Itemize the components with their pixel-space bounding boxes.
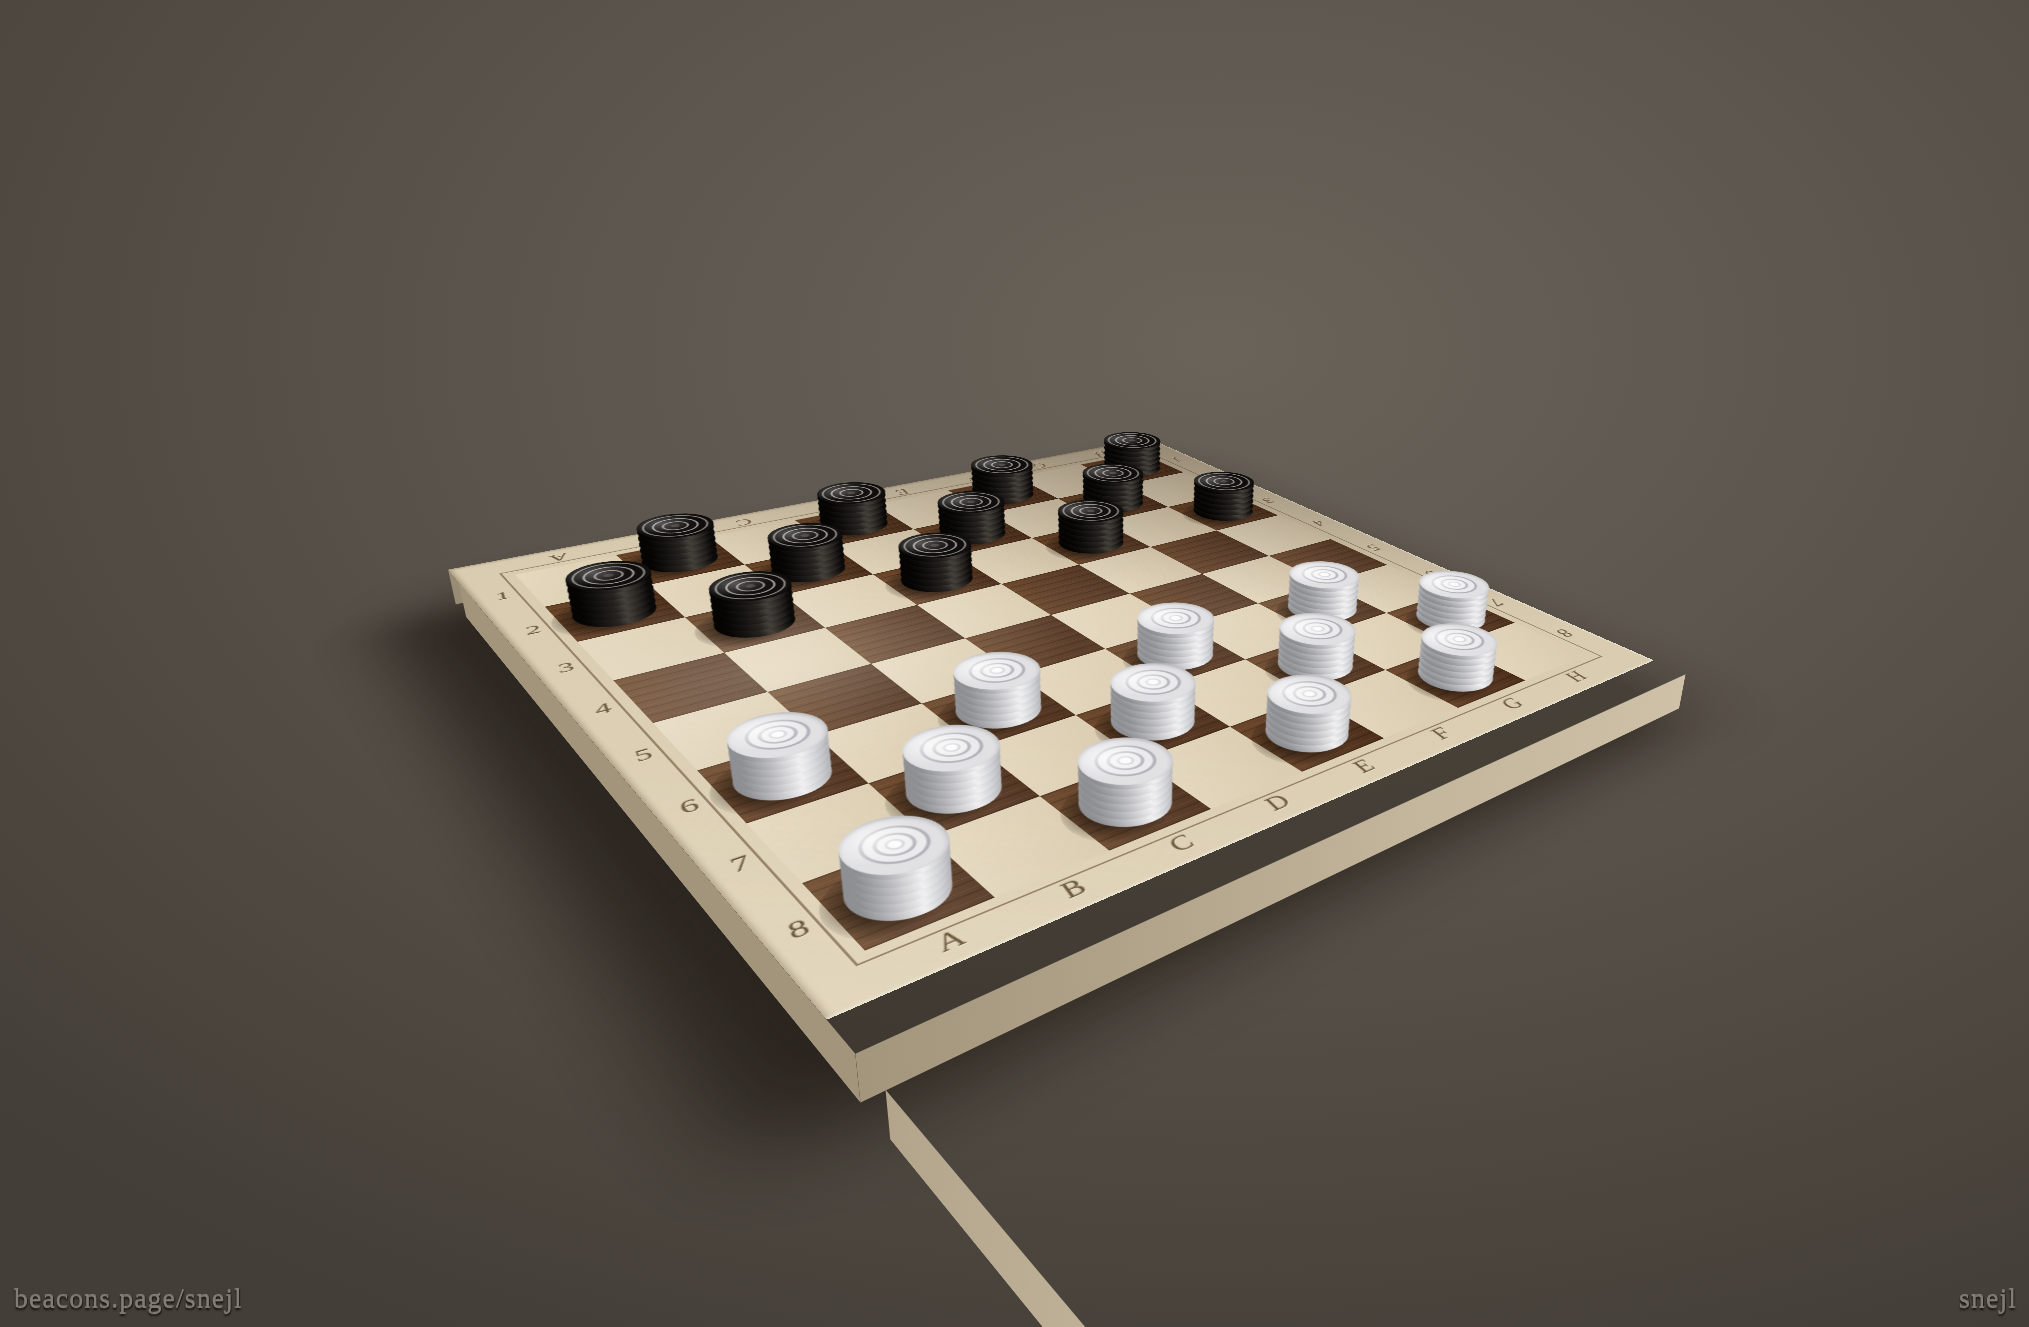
watermark-link[interactable]: beacons.page/snejl [14,1283,243,1315]
piece-black-a2[interactable] [562,591,668,634]
render-canvas: ABCDEFGH ABCDEFGH 12345678 12345678 beac… [0,0,2029,1327]
piece-black-h3[interactable] [1181,497,1265,525]
piece-white-c8[interactable] [1060,770,1190,839]
piece-black-b3[interactable] [702,601,808,645]
piece-white-e8[interactable] [1248,705,1365,762]
checkers-board-3d: ABCDEFGH ABCDEFGH 12345678 12345678 [448,438,1654,1019]
board-scene: ABCDEFGH ABCDEFGH 12345678 12345678 [593,157,1510,1074]
piece-white-g8[interactable] [1402,652,1508,700]
watermark-author: snejl [1959,1283,2017,1315]
piece-black-f3[interactable] [1046,527,1136,560]
piece-black-d3[interactable] [888,561,986,599]
piece-white-a8[interactable] [825,849,972,935]
board-side-near-right [886,1090,2029,1327]
